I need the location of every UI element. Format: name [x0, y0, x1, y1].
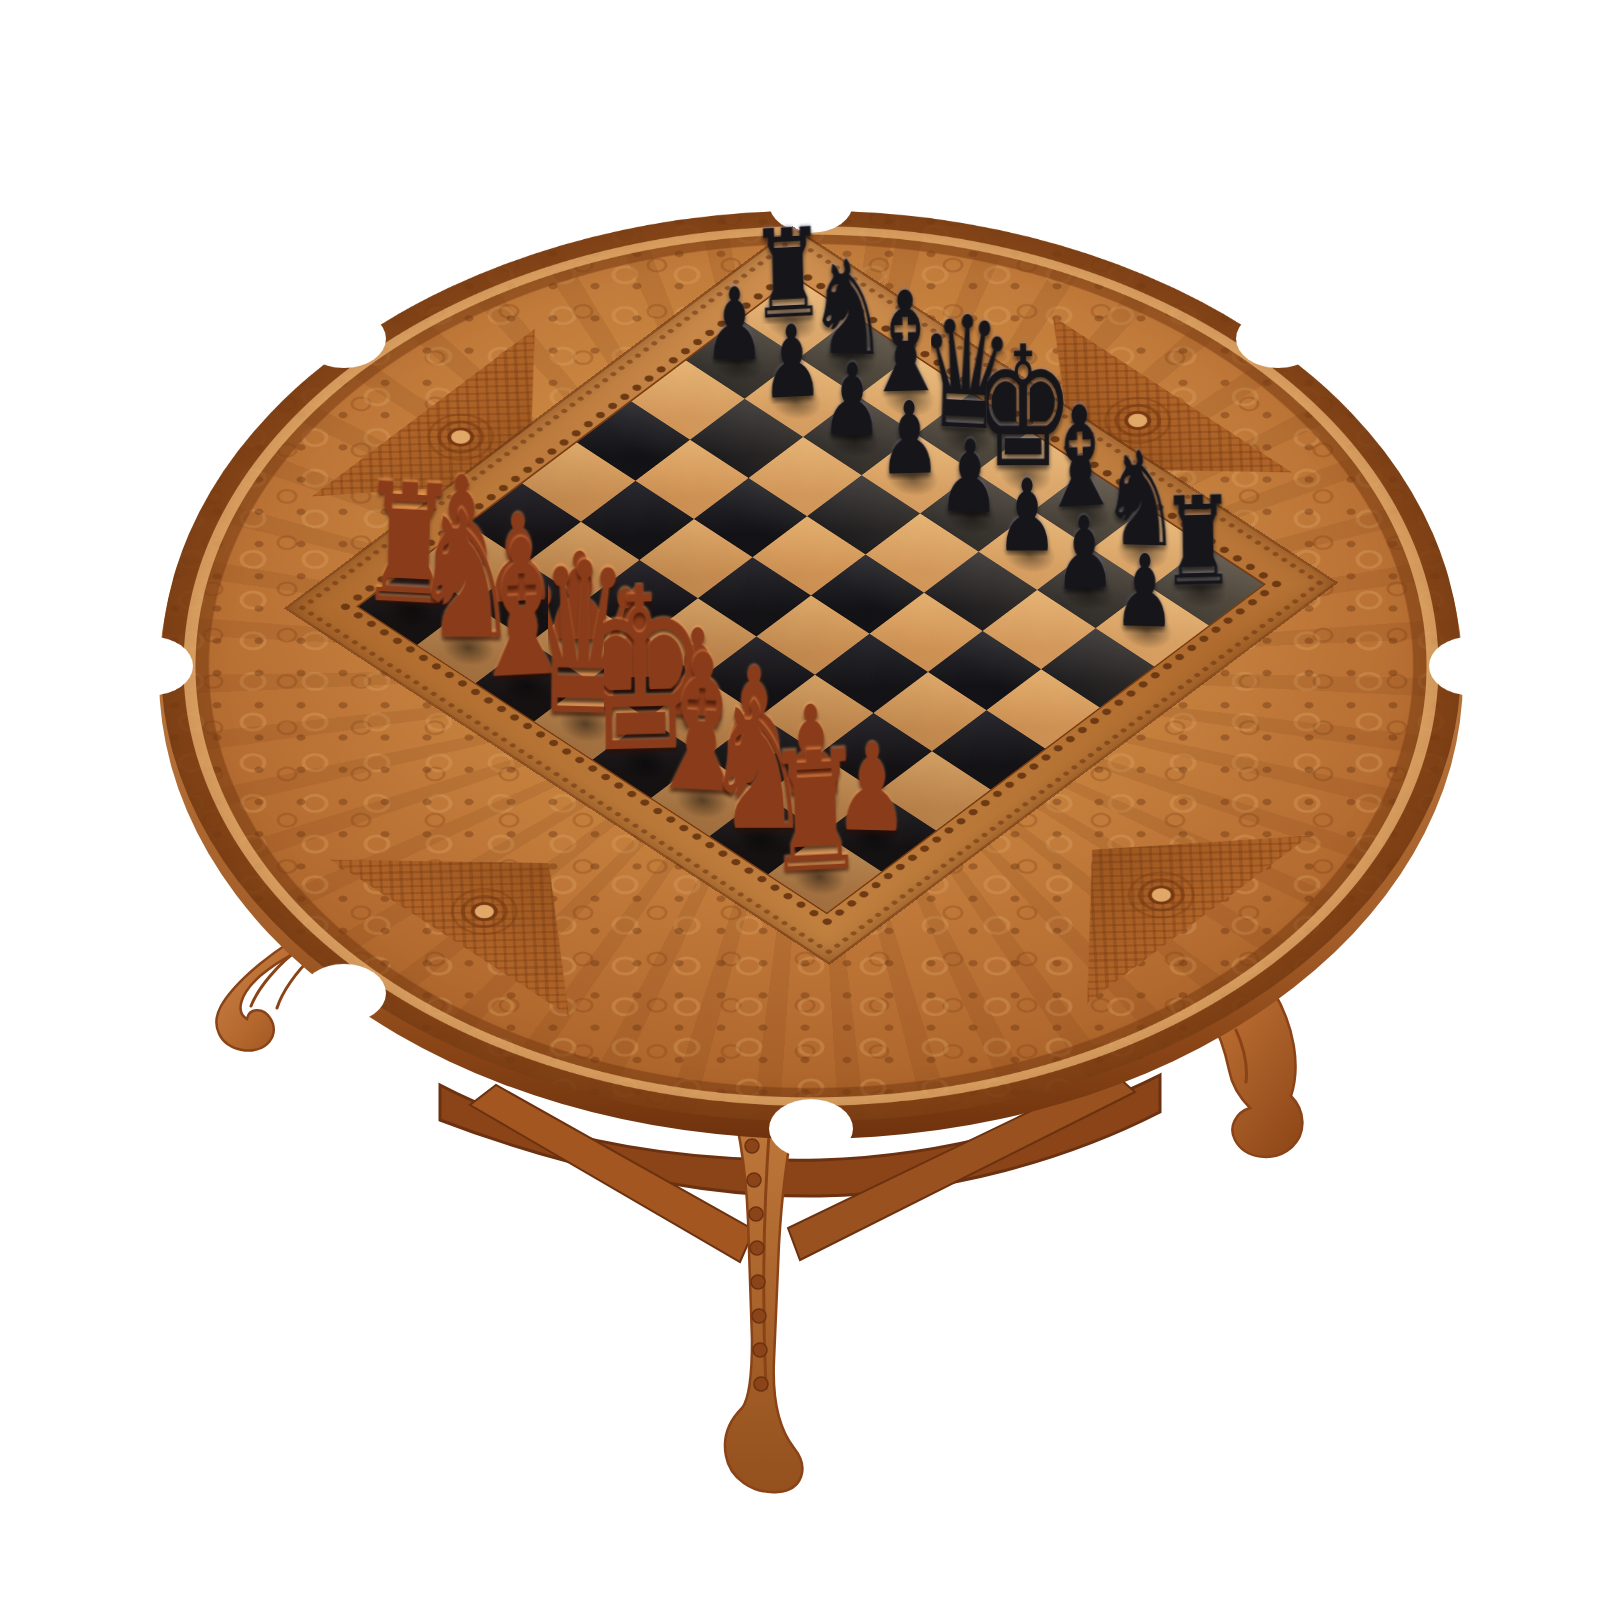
piece-glyph: ♞ [812, 180, 886, 364]
piece-glyph: ♛ [929, 255, 1005, 441]
black-pawn-e7[interactable]: ♟ [920, 472, 1033, 551]
piece-glyph: ♜ [1160, 409, 1234, 593]
piece-glyph: ♝ [1041, 332, 1117, 518]
piece-glyph: ♜ [371, 428, 447, 614]
black-knight-g8[interactable]: ♞ [1092, 508, 1205, 587]
scene: ♜♞♝♛♚♝♞♜♟♟♟♟♟♟♟♟♟♟♟♟♟♟♟♟♜♞♝♛♚♝♞♜ [0, 0, 1600, 1600]
square-a6[interactable] [632, 360, 745, 439]
square-d6[interactable] [807, 475, 920, 554]
black-pawn-b7[interactable]: ♟ [745, 358, 858, 437]
black-bishop-f8[interactable]: ♝ [1033, 470, 1146, 549]
board-frame: ♜♞♝♛♚♝♞♜♟♟♟♟♟♟♟♟♟♟♟♟♟♟♟♟♜♞♝♛♚♝♞♜ [288, 229, 1334, 962]
rim-notch [769, 174, 853, 233]
square-e6[interactable] [866, 513, 979, 592]
black-pawn-g7[interactable]: ♟ [1037, 549, 1150, 628]
square-c6[interactable] [749, 437, 862, 516]
piece-glyph: ♟ [872, 297, 946, 481]
square-g6[interactable] [983, 590, 1096, 669]
square-a5[interactable] [577, 402, 690, 481]
rim-notch [769, 1099, 853, 1158]
square-d8[interactable] [916, 393, 1029, 472]
brown-rook-a1[interactable]: ♜ [359, 566, 472, 645]
piece-glyph: ♜ [749, 141, 825, 327]
square-h7[interactable] [1096, 587, 1209, 666]
black-pawn-d7[interactable]: ♟ [862, 434, 975, 513]
piece-glyph: ♝ [868, 218, 942, 402]
piece-glyph: ♟ [1108, 450, 1182, 634]
square-b7[interactable] [745, 358, 858, 437]
square-d7[interactable] [862, 434, 975, 513]
white-background: { "game": { "name": "chess", "set": "bal… [0, 0, 1600, 1600]
square-h8[interactable] [1150, 546, 1263, 625]
square-f7[interactable] [979, 511, 1092, 590]
piece-glyph: ♟ [932, 335, 1008, 521]
corner-panel-ne [946, 313, 1297, 552]
square-a1[interactable] [359, 566, 472, 645]
piece-glyph: ♟ [815, 259, 889, 443]
square-f8[interactable] [1033, 470, 1146, 549]
rim-notch [302, 964, 386, 1023]
black-king-e8[interactable]: ♚ [975, 431, 1088, 510]
black-rook-h8[interactable]: ♜ [1150, 546, 1263, 625]
piece-glyph: ♚ [987, 295, 1059, 477]
rim-notch [302, 309, 386, 368]
black-bishop-c8[interactable]: ♝ [858, 355, 971, 434]
black-pawn-f7[interactable]: ♟ [979, 511, 1092, 590]
square-b8[interactable] [799, 317, 912, 396]
square-g8[interactable] [1092, 508, 1205, 587]
square-e8[interactable] [975, 431, 1088, 510]
piece-glyph: ♟ [1045, 411, 1121, 597]
square-c8[interactable] [858, 355, 971, 434]
black-pawn-a7[interactable]: ♟ [686, 319, 799, 398]
black-pawn-c7[interactable]: ♟ [803, 396, 916, 475]
piece-glyph: ♟ [753, 220, 829, 406]
piece-glyph: ♟ [698, 183, 770, 365]
rim-notch [109, 637, 193, 696]
black-pawn-h7[interactable]: ♟ [1096, 587, 1209, 666]
square-f6[interactable] [924, 552, 1037, 631]
rim-notch [1236, 309, 1320, 368]
black-rook-a8[interactable]: ♜ [741, 278, 854, 357]
square-g7[interactable] [1037, 549, 1150, 628]
piece-glyph: ♜ [776, 695, 852, 881]
black-knight-b8[interactable]: ♞ [799, 317, 912, 396]
square-e7[interactable] [920, 472, 1033, 551]
carved-tabletop: ♜♞♝♛♚♝♞♜♟♟♟♟♟♟♟♟♟♟♟♟♟♟♟♟♜♞♝♛♚♝♞♜ [161, 210, 1461, 1121]
pieces-layer: ♜♞♝♛♚♝♞♜♟♟♟♟♟♟♟♟♟♟♟♟♟♟♟♟♜♞♝♛♚♝♞♜ [359, 278, 1264, 912]
black-queen-d8[interactable]: ♛ [916, 393, 1029, 472]
square-a7[interactable] [686, 319, 799, 398]
square-c7[interactable] [803, 396, 916, 475]
piece-glyph: ♟ [991, 374, 1063, 556]
brown-rook-h1[interactable]: ♜ [768, 833, 881, 912]
piece-glyph: ♞ [1104, 371, 1178, 555]
rim-notch [1429, 637, 1513, 696]
square-a8[interactable] [741, 278, 854, 357]
square-b6[interactable] [690, 399, 803, 478]
